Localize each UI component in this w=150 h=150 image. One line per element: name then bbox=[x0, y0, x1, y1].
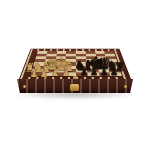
chess-piece-dark-p: ♟ bbox=[80, 68, 88, 77]
pieces-layer: ♜♞♝♛♚♝♟♟♟♟♞♝♚♛♞♜♟♟♟♟ bbox=[0, 0, 150, 150]
chess-piece-light-p: ♟ bbox=[62, 69, 70, 78]
chess-set-product-photo: ♜♞♝♛♚♝♟♟♟♟♞♝♚♛♞♜♟♟♟♟ bbox=[0, 0, 150, 150]
chess-piece-dark-p: ♟ bbox=[100, 68, 108, 77]
chess-piece-dark-p: ♟ bbox=[110, 68, 118, 77]
chess-piece-light-p: ♟ bbox=[40, 70, 48, 79]
chess-piece-dark-p: ♟ bbox=[90, 68, 98, 77]
chess-piece-light-p: ♟ bbox=[51, 69, 59, 78]
chess-piece-light-p: ♟ bbox=[30, 70, 38, 79]
